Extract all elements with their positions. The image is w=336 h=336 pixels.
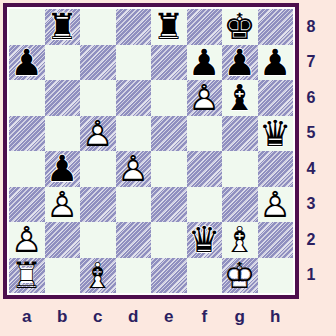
rank-label-1: 1	[299, 258, 323, 294]
piece-white-pawn: ♟	[82, 116, 114, 152]
piece-white-pawn: ♟	[46, 187, 78, 223]
square-c4[interactable]	[80, 151, 116, 187]
square-f6[interactable]: ♟	[187, 80, 223, 116]
square-e7[interactable]	[151, 45, 187, 81]
square-f8[interactable]	[187, 9, 223, 45]
rank-label-2: 2	[299, 222, 323, 258]
square-g2[interactable]: ♝	[222, 222, 258, 258]
rank-label-5: 5	[299, 116, 323, 152]
rank-labels: 87654321	[299, 9, 323, 293]
rank-label-3: 3	[299, 187, 323, 223]
square-e4[interactable]	[151, 151, 187, 187]
square-a6[interactable]	[9, 80, 45, 116]
square-g7[interactable]: ♟	[222, 45, 258, 81]
piece-black-pawn: ♟	[188, 45, 220, 81]
file-label-h: h	[258, 303, 294, 331]
file-label-c: c	[80, 303, 116, 331]
rank-label-7: 7	[299, 45, 323, 81]
square-b3[interactable]: ♟	[45, 187, 81, 223]
piece-black-bishop: ♝	[224, 80, 256, 116]
square-h6[interactable]	[258, 80, 294, 116]
square-f3[interactable]	[187, 187, 223, 223]
square-h2[interactable]	[258, 222, 294, 258]
square-a5[interactable]	[9, 116, 45, 152]
square-g4[interactable]	[222, 151, 258, 187]
square-e1[interactable]	[151, 258, 187, 294]
square-d6[interactable]	[116, 80, 152, 116]
piece-white-bishop: ♝	[82, 258, 114, 294]
square-g3[interactable]	[222, 187, 258, 223]
square-c2[interactable]	[80, 222, 116, 258]
square-f2[interactable]: ♛	[187, 222, 223, 258]
piece-white-pawn: ♟	[117, 151, 149, 187]
square-b2[interactable]	[45, 222, 81, 258]
file-label-b: b	[45, 303, 81, 331]
square-c8[interactable]	[80, 9, 116, 45]
square-h3[interactable]: ♟	[258, 187, 294, 223]
square-c5[interactable]: ♟	[80, 116, 116, 152]
square-h1[interactable]	[258, 258, 294, 294]
piece-black-queen: ♛	[259, 116, 291, 152]
square-d7[interactable]	[116, 45, 152, 81]
square-b8[interactable]: ♜	[45, 9, 81, 45]
piece-white-king: ♚	[224, 258, 256, 294]
square-g6[interactable]: ♝	[222, 80, 258, 116]
piece-white-bishop: ♝	[224, 222, 256, 258]
file-labels: abcdefgh	[9, 303, 293, 331]
piece-black-pawn: ♟	[259, 45, 291, 81]
square-b7[interactable]	[45, 45, 81, 81]
square-a3[interactable]	[9, 187, 45, 223]
square-g1[interactable]: ♚	[222, 258, 258, 294]
square-b1[interactable]	[45, 258, 81, 294]
piece-black-pawn: ♟	[46, 151, 78, 187]
piece-white-pawn: ♟	[188, 80, 220, 116]
square-f5[interactable]	[187, 116, 223, 152]
square-f1[interactable]	[187, 258, 223, 294]
square-g8[interactable]: ♚	[222, 9, 258, 45]
square-h7[interactable]: ♟	[258, 45, 294, 81]
square-a8[interactable]	[9, 9, 45, 45]
square-b4[interactable]: ♟	[45, 151, 81, 187]
square-f7[interactable]: ♟	[187, 45, 223, 81]
piece-black-king: ♚	[224, 9, 256, 45]
square-c6[interactable]	[80, 80, 116, 116]
file-label-f: f	[187, 303, 223, 331]
piece-black-pawn: ♟	[224, 45, 256, 81]
square-h5[interactable]: ♛	[258, 116, 294, 152]
square-d8[interactable]	[116, 9, 152, 45]
square-d5[interactable]	[116, 116, 152, 152]
square-d2[interactable]	[116, 222, 152, 258]
square-d4[interactable]: ♟	[116, 151, 152, 187]
square-c3[interactable]	[80, 187, 116, 223]
square-d1[interactable]	[116, 258, 152, 294]
file-label-a: a	[9, 303, 45, 331]
square-e8[interactable]: ♜	[151, 9, 187, 45]
piece-white-rook: ♜	[11, 258, 43, 294]
square-e2[interactable]	[151, 222, 187, 258]
rank-label-4: 4	[299, 151, 323, 187]
square-b5[interactable]	[45, 116, 81, 152]
square-h4[interactable]	[258, 151, 294, 187]
square-c1[interactable]: ♝	[80, 258, 116, 294]
square-a1[interactable]: ♜	[9, 258, 45, 294]
square-d3[interactable]	[116, 187, 152, 223]
file-label-e: e	[151, 303, 187, 331]
square-f4[interactable]	[187, 151, 223, 187]
square-e3[interactable]	[151, 187, 187, 223]
piece-black-rook: ♜	[46, 9, 78, 45]
square-c7[interactable]	[80, 45, 116, 81]
square-b6[interactable]	[45, 80, 81, 116]
square-e5[interactable]	[151, 116, 187, 152]
file-label-d: d	[116, 303, 152, 331]
square-h8[interactable]	[258, 9, 294, 45]
square-a4[interactable]	[9, 151, 45, 187]
chess-board: ♜♜♚♟♟♟♟♟♝♟♛♟♟♟♟♟♛♝♜♝♚	[9, 9, 293, 293]
square-a7[interactable]: ♟	[9, 45, 45, 81]
file-label-g: g	[222, 303, 258, 331]
piece-white-pawn: ♟	[11, 222, 43, 258]
square-a2[interactable]: ♟	[9, 222, 45, 258]
piece-black-rook: ♜	[153, 9, 185, 45]
chess-diagram: ♜♜♚♟♟♟♟♟♝♟♛♟♟♟♟♟♛♝♜♝♚ 87654321 abcdefgh	[0, 0, 336, 336]
piece-black-pawn: ♟	[11, 45, 43, 81]
square-e6[interactable]	[151, 80, 187, 116]
piece-black-queen: ♛	[188, 222, 220, 258]
square-g5[interactable]	[222, 116, 258, 152]
chess-board-frame: ♜♜♚♟♟♟♟♟♝♟♛♟♟♟♟♟♛♝♜♝♚	[3, 3, 299, 299]
rank-label-8: 8	[299, 9, 323, 45]
rank-label-6: 6	[299, 80, 323, 116]
piece-white-pawn: ♟	[259, 187, 291, 223]
